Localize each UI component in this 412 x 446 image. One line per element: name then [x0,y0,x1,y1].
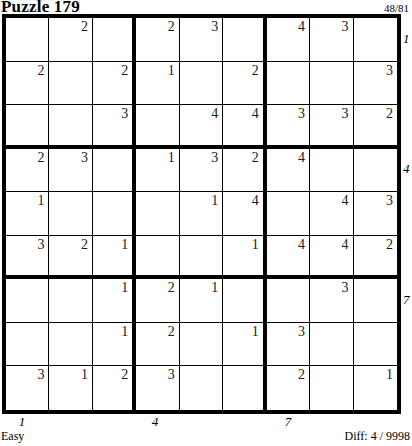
cell-r1c8[interactable]: 3 [310,18,353,62]
cell-r6c3[interactable]: 1 [93,236,136,280]
cell-r3c8[interactable]: 3 [310,105,353,149]
cell-r9c1[interactable]: 3 [6,366,49,410]
cell-r2c4[interactable]: 1 [136,62,179,106]
clue-digit: 2 [121,367,128,382]
clue-digit: 1 [168,63,175,78]
clue-digit: 2 [168,19,175,34]
cell-r2c1[interactable]: 2 [6,62,49,106]
clue-digit: 3 [168,367,175,382]
cell-r2c6[interactable]: 2 [223,62,266,106]
cell-r7c1[interactable] [6,279,49,323]
clue-digit: 1 [386,367,393,382]
cell-r2c5[interactable] [180,62,223,106]
cell-r5c8[interactable]: 4 [310,192,353,236]
cell-r5c1[interactable]: 1 [6,192,49,236]
clue-digit: 2 [298,367,305,382]
clue-digit: 3 [211,19,218,34]
cell-r4c1[interactable]: 2 [6,149,49,193]
cell-r5c9[interactable]: 3 [354,192,397,236]
cell-r6c5[interactable] [180,236,223,280]
cell-r4c8[interactable] [310,149,353,193]
clue-digit: 4 [342,237,349,252]
clue-digit: 3 [342,106,349,121]
clue-digit: 3 [342,19,349,34]
cell-r1c2[interactable]: 2 [49,18,92,62]
cell-r2c2[interactable] [49,62,92,106]
cell-r8c9[interactable] [354,323,397,367]
cell-r6c4[interactable] [136,236,179,280]
clue-digit: 1 [121,280,128,295]
clue-counter: 48/81 [384,2,409,14]
col-label-1: 1 [2,414,42,430]
cell-r4c4[interactable]: 1 [136,149,179,193]
cell-r5c7[interactable] [267,192,310,236]
row-label-4: 4 [403,161,412,177]
cell-r9c8[interactable] [310,366,353,410]
cell-r4c7[interactable]: 4 [267,149,310,193]
clue-digit: 3 [298,324,305,339]
cell-r2c7[interactable] [267,62,310,106]
clue-digit: 4 [342,193,349,208]
clue-digit: 1 [168,150,175,165]
cell-r8c1[interactable] [6,323,49,367]
clue-digit: 1 [81,367,88,382]
clue-digit: 2 [252,150,259,165]
puzzle-board: 2234322123344332231324114433211442121312… [2,14,401,414]
clue-digit: 2 [81,237,88,252]
row-label-7: 7 [403,292,412,308]
clue-digit: 1 [121,324,128,339]
cell-r3c1[interactable] [6,105,49,149]
cell-r9c7[interactable]: 2 [267,366,310,410]
cell-r9c4[interactable]: 3 [136,366,179,410]
clue-digit: 2 [37,63,44,78]
cell-r1c4[interactable]: 2 [136,18,179,62]
clue-digit: 2 [121,63,128,78]
diff-score: Diff: 4 / 9998 [345,429,410,443]
cell-r3c7[interactable]: 3 [267,105,310,149]
clue-digit: 3 [386,63,393,78]
row-label-1: 1 [403,31,412,47]
cell-r3c6[interactable]: 4 [223,105,266,149]
cell-r7c3[interactable]: 1 [93,279,136,323]
cell-r9c9[interactable]: 1 [354,366,397,410]
cell-r1c9[interactable] [354,18,397,62]
cell-r6c2[interactable]: 2 [49,236,92,280]
cell-r8c5[interactable] [180,323,223,367]
clue-digit: 3 [121,106,128,121]
cell-r6c7[interactable]: 4 [267,236,310,280]
cell-r7c6[interactable] [223,279,266,323]
clue-digit: 2 [37,150,44,165]
clue-digit: 4 [298,150,305,165]
cell-r5c4[interactable] [136,192,179,236]
clue-digit: 2 [386,237,393,252]
cell-r1c6[interactable] [223,18,266,62]
clue-digit: 4 [298,237,305,252]
clue-digit: 3 [298,106,305,121]
cell-r6c6[interactable]: 1 [223,236,266,280]
cell-r8c4[interactable]: 2 [136,323,179,367]
clue-digit: 2 [168,324,175,339]
cell-r7c5[interactable]: 1 [180,279,223,323]
difficulty-label: Easy [1,429,24,443]
cell-r4c6[interactable]: 2 [223,149,266,193]
clue-digit: 4 [211,106,218,121]
clue-digit: 1 [121,237,128,252]
clue-digit: 3 [211,150,218,165]
clue-digit: 1 [252,237,259,252]
cell-r2c9[interactable]: 3 [354,62,397,106]
col-label-4: 4 [135,414,175,430]
cell-r5c5[interactable]: 1 [180,192,223,236]
cell-r7c2[interactable] [49,279,92,323]
cell-r4c9[interactable] [354,149,397,193]
cell-r3c3[interactable]: 3 [93,105,136,149]
clue-digit: 1 [211,193,218,208]
cell-r2c8[interactable] [310,62,353,106]
cell-r7c9[interactable] [354,279,397,323]
clue-digit: 1 [37,193,44,208]
clue-digit: 3 [342,280,349,295]
cell-r3c5[interactable]: 4 [180,105,223,149]
clue-digit: 1 [252,324,259,339]
cell-r8c7[interactable]: 3 [267,323,310,367]
cell-r4c3[interactable] [93,149,136,193]
clue-digit: 2 [168,280,175,295]
col-label-7: 7 [268,414,308,430]
cell-r9c5[interactable] [180,366,223,410]
clue-digit: 3 [81,150,88,165]
cell-r1c5[interactable]: 3 [180,18,223,62]
cell-r7c8[interactable]: 3 [310,279,353,323]
cell-r5c6[interactable]: 4 [223,192,266,236]
cell-r5c3[interactable] [93,192,136,236]
cell-r1c7[interactable]: 4 [267,18,310,62]
cell-r9c3[interactable]: 2 [93,366,136,410]
cell-r6c1[interactable]: 3 [6,236,49,280]
clue-digit: 1 [211,280,218,295]
clue-digit: 3 [37,237,44,252]
cell-r6c8[interactable]: 4 [310,236,353,280]
cell-r1c1[interactable] [6,18,49,62]
puzzle-sheet: Puzzle 179 48/81 22343221233443322313241… [0,0,412,446]
cell-r9c6[interactable] [223,366,266,410]
cell-r2c3[interactable]: 2 [93,62,136,106]
cell-r4c2[interactable]: 3 [49,149,92,193]
cell-r4c5[interactable]: 3 [180,149,223,193]
clue-digit: 2 [252,63,259,78]
cell-r7c7[interactable] [267,279,310,323]
clue-digit: 4 [252,193,259,208]
cell-r3c4[interactable] [136,105,179,149]
cell-r6c9[interactable]: 2 [354,236,397,280]
clue-digit: 4 [252,106,259,121]
clue-digit: 3 [386,193,393,208]
cell-r8c6[interactable]: 1 [223,323,266,367]
clue-digit: 2 [386,106,393,121]
cell-r3c2[interactable] [49,105,92,149]
cell-r8c2[interactable] [49,323,92,367]
cell-r1c3[interactable] [93,18,136,62]
cell-r5c2[interactable] [49,192,92,236]
cell-r8c3[interactable]: 1 [93,323,136,367]
clue-digit: 2 [81,19,88,34]
clue-digit: 3 [37,367,44,382]
cell-r3c9[interactable]: 2 [354,105,397,149]
clue-digit: 4 [298,19,305,34]
cell-r8c8[interactable] [310,323,353,367]
cell-r9c2[interactable]: 1 [49,366,92,410]
cell-r7c4[interactable]: 2 [136,279,179,323]
